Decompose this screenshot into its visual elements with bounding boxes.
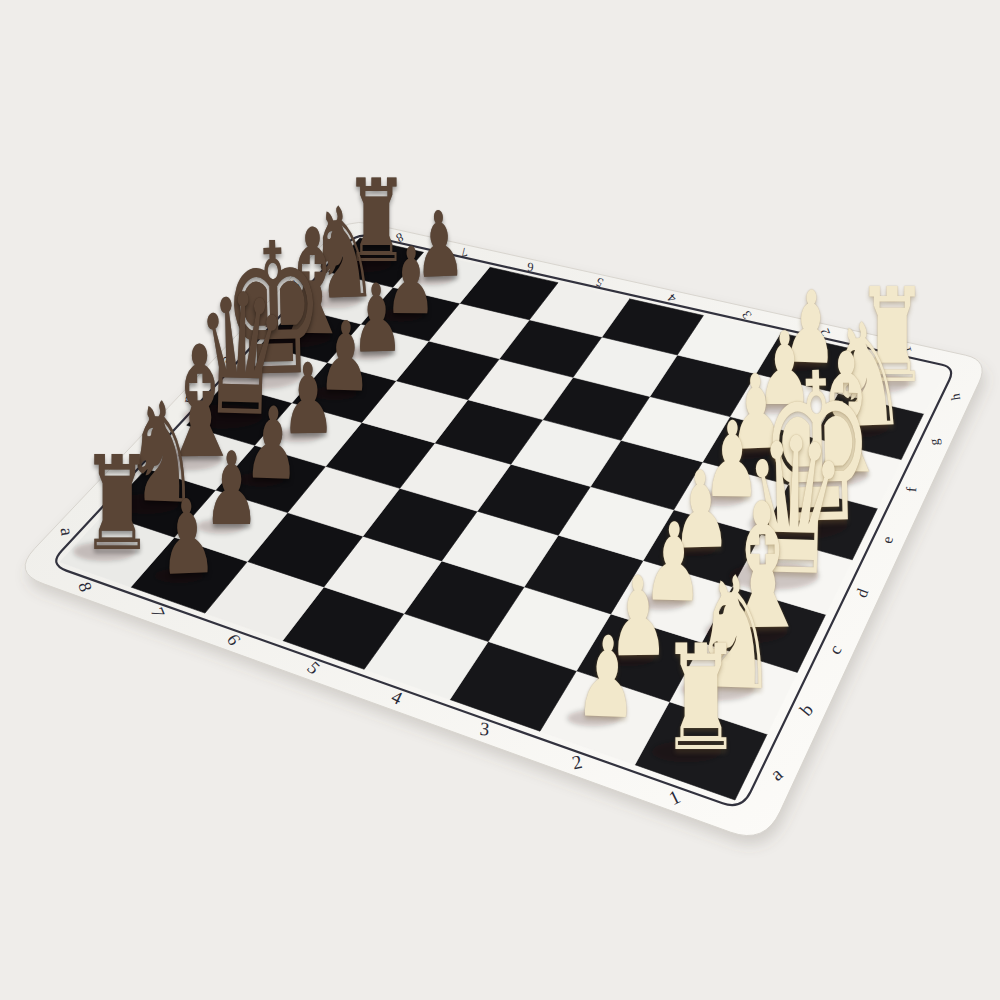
piece-shadow: [696, 491, 746, 507]
piece-shadow: [214, 362, 301, 389]
piece-shadow: [567, 710, 621, 727]
piece-shadow: [750, 399, 798, 414]
piece-shadow: [197, 519, 245, 534]
piece-shadow: [275, 428, 322, 443]
piece-shadow: [750, 509, 849, 540]
piece-shadow: [312, 386, 358, 400]
piece-shadow: [705, 618, 788, 644]
piece-shadow: [847, 374, 910, 394]
piece-shadow: [148, 448, 222, 471]
piece-shadow: [411, 272, 454, 286]
piece-shadow: [73, 542, 136, 562]
piece-shadow: [789, 462, 868, 487]
coord-file-b-far: b: [100, 481, 119, 490]
piece-shadow: [635, 594, 687, 610]
chess-set-photo: 11aa22bb33cc44dd55ee66ff77gg88hh ♜♟♞♟♝♟♟…: [0, 0, 1000, 1000]
piece-shadow: [302, 290, 362, 309]
piece-shadow: [379, 308, 423, 322]
piece-shadow: [261, 326, 331, 348]
piece-shadow: [681, 678, 755, 701]
chess-board-mat: 11aa22bb33cc44dd55ee66ff77gg88hh: [0, 0, 1000, 1000]
piece-shadow: [346, 346, 391, 360]
piece-shadow: [183, 404, 263, 429]
piece-shadow: [602, 650, 655, 666]
piece-shadow: [237, 472, 285, 487]
piece-shadow: [337, 255, 392, 272]
coord-file-g-near: g: [926, 438, 941, 446]
piece-shadow: [154, 568, 203, 583]
piece-shadow: [723, 444, 772, 459]
piece-shadow: [729, 562, 819, 590]
piece-shadow: [775, 356, 823, 371]
coord-file-c-far: c: [143, 437, 160, 445]
piece-shadow: [113, 494, 179, 515]
piece-shadow: [666, 541, 717, 557]
piece-shadow: [652, 741, 722, 763]
piece-shadow: [820, 417, 888, 438]
